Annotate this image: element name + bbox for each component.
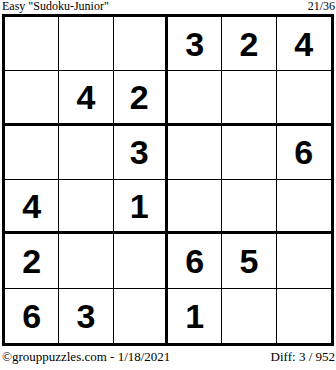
cell-r5c3[interactable] <box>114 234 168 288</box>
cell-r4c4[interactable] <box>168 180 222 234</box>
cell-r6c3[interactable] <box>114 289 168 343</box>
difficulty-text: Diff: 3 / 952 <box>271 349 335 364</box>
cell-r5c5[interactable]: 5 <box>222 234 276 288</box>
cell-r3c6[interactable]: 6 <box>277 126 331 180</box>
cell-r2c3[interactable]: 2 <box>114 71 168 125</box>
cell-r1c1[interactable] <box>5 17 59 71</box>
cell-r3c2[interactable] <box>59 126 113 180</box>
cell-r6c5[interactable] <box>222 289 276 343</box>
cell-r1c3[interactable] <box>114 17 168 71</box>
cell-r5c6[interactable] <box>277 234 331 288</box>
cell-r6c2[interactable]: 3 <box>59 289 113 343</box>
cell-r3c3[interactable]: 3 <box>114 126 168 180</box>
sudoku-board: 324423641265631 <box>2 14 334 346</box>
cell-r4c2[interactable] <box>59 180 113 234</box>
footer: ©grouppuzzles.com - 1/18/2021 Diff: 3 / … <box>2 349 335 364</box>
cell-r6c4[interactable]: 1 <box>168 289 222 343</box>
cell-r3c5[interactable] <box>222 126 276 180</box>
progress-counter: 21/36 <box>308 0 335 13</box>
puzzle-title: Easy "Sudoku-Junior" <box>2 0 109 13</box>
cell-r3c4[interactable] <box>168 126 222 180</box>
cell-r1c4[interactable]: 3 <box>168 17 222 71</box>
cell-r5c2[interactable] <box>59 234 113 288</box>
cell-r2c2[interactable]: 4 <box>59 71 113 125</box>
cell-r4c3[interactable]: 1 <box>114 180 168 234</box>
cell-r5c1[interactable]: 2 <box>5 234 59 288</box>
cell-r6c1[interactable]: 6 <box>5 289 59 343</box>
copyright-text: ©grouppuzzles.com - 1/18/2021 <box>2 349 170 364</box>
cell-r1c6[interactable]: 4 <box>277 17 331 71</box>
cell-r2c1[interactable] <box>5 71 59 125</box>
cell-r2c6[interactable] <box>277 71 331 125</box>
cell-r4c5[interactable] <box>222 180 276 234</box>
cell-r1c2[interactable] <box>59 17 113 71</box>
cell-r2c4[interactable] <box>168 71 222 125</box>
cell-r1c5[interactable]: 2 <box>222 17 276 71</box>
cell-r4c1[interactable]: 4 <box>5 180 59 234</box>
cell-r2c5[interactable] <box>222 71 276 125</box>
header: Easy "Sudoku-Junior" 21/36 <box>2 0 335 14</box>
cell-r5c4[interactable]: 6 <box>168 234 222 288</box>
cell-r3c1[interactable] <box>5 126 59 180</box>
cell-r4c6[interactable] <box>277 180 331 234</box>
cell-r6c6[interactable] <box>277 289 331 343</box>
